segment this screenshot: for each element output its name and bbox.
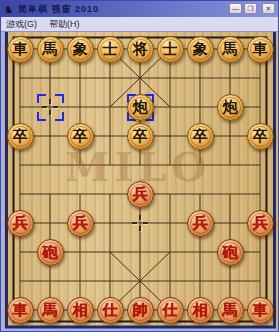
piece-black-象[interactable]: 象	[187, 36, 214, 63]
piece-black-車[interactable]: 車	[7, 36, 34, 63]
piece-black-車[interactable]: 車	[247, 36, 274, 63]
window-title: 简单棋 视窗 2010	[18, 3, 99, 16]
piece-red-兵[interactable]: 兵	[7, 210, 34, 237]
piece-red-仕[interactable]: 仕	[157, 297, 184, 324]
piece-black-卒[interactable]: 卒	[247, 123, 274, 150]
piece-black-馬[interactable]: 馬	[217, 36, 244, 63]
piece-red-馬[interactable]: 馬	[37, 297, 64, 324]
piece-black-士[interactable]: 士	[97, 36, 124, 63]
piece-red-車[interactable]: 車	[247, 297, 274, 324]
title-bar[interactable]: ♞ 简单棋 视窗 2010 — ❐ ✕	[1, 1, 278, 17]
piece-black-象[interactable]: 象	[67, 36, 94, 63]
menu-bar: 游戏(G) 帮助(H)	[1, 17, 278, 32]
piece-red-兵[interactable]: 兵	[127, 181, 154, 208]
position-marker	[132, 215, 148, 231]
app-icon: ♞	[4, 4, 15, 15]
piece-black-卒[interactable]: 卒	[127, 123, 154, 150]
last-move-from-marker	[37, 94, 64, 121]
piece-red-相[interactable]: 相	[187, 297, 214, 324]
piece-black-卒[interactable]: 卒	[187, 123, 214, 150]
piece-red-砲[interactable]: 砲	[37, 239, 64, 266]
menu-help[interactable]: 帮助(H)	[49, 18, 80, 31]
maximize-button[interactable]: ❐	[244, 3, 257, 14]
piece-black-炮[interactable]: 炮	[127, 94, 154, 121]
piece-black-馬[interactable]: 馬	[37, 36, 64, 63]
piece-red-相[interactable]: 相	[67, 297, 94, 324]
piece-red-馬[interactable]: 馬	[217, 297, 244, 324]
minimize-button[interactable]: —	[229, 3, 242, 14]
piece-red-兵[interactable]: 兵	[67, 210, 94, 237]
watermark-number: 0922	[164, 184, 184, 194]
app-window: ♞ 简单棋 视窗 2010 — ❐ ✕ 游戏(G) 帮助(H)	[0, 0, 279, 332]
piece-red-帥[interactable]: 帥	[127, 297, 154, 324]
piece-black-将[interactable]: 将	[127, 36, 154, 63]
piece-black-卒[interactable]: 卒	[67, 123, 94, 150]
piece-red-車[interactable]: 車	[7, 297, 34, 324]
piece-red-仕[interactable]: 仕	[97, 297, 124, 324]
piece-red-兵[interactable]: 兵	[187, 210, 214, 237]
xiangqi-board[interactable]: MILO 0922 車馬象士将士象馬車炮炮卒卒卒卒卒兵兵兵兵兵砲砲車馬相仕帥仕相…	[1, 32, 279, 332]
piece-black-炮[interactable]: 炮	[217, 94, 244, 121]
piece-black-卒[interactable]: 卒	[7, 123, 34, 150]
menu-game[interactable]: 游戏(G)	[6, 18, 37, 31]
piece-red-砲[interactable]: 砲	[217, 239, 244, 266]
close-button[interactable]: ✕	[262, 3, 275, 14]
piece-black-士[interactable]: 士	[157, 36, 184, 63]
piece-red-兵[interactable]: 兵	[247, 210, 274, 237]
